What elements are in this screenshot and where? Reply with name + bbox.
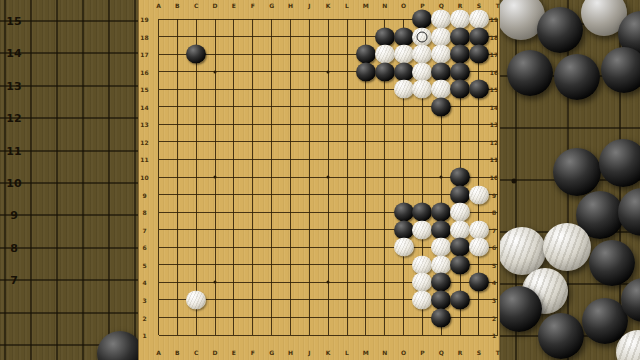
column-label: J: [308, 348, 310, 355]
stone-P5: [412, 255, 432, 274]
row-label: 11: [140, 156, 148, 163]
row-label: 1: [492, 332, 496, 339]
column-label: D: [213, 2, 218, 9]
stone-R6: [450, 238, 470, 257]
stone-Q4: [431, 273, 451, 292]
stone-P19: [412, 10, 432, 29]
stone-R3: [450, 290, 470, 309]
column-label: F: [251, 2, 255, 9]
column-label: L: [345, 2, 349, 9]
stone-Q17: [431, 45, 451, 64]
row-label: 17: [490, 51, 498, 58]
row-label: 15: [490, 86, 498, 93]
column-label: S: [477, 348, 481, 355]
column-label: T: [496, 348, 500, 355]
column-label: O: [401, 348, 406, 355]
stone-P7: [412, 220, 432, 239]
stone-Q5: [431, 255, 451, 274]
row-label: 6: [492, 244, 496, 251]
background-row-label: 14: [6, 47, 21, 60]
stone-C17: [186, 45, 206, 64]
stone-P15: [412, 80, 432, 99]
column-label: M: [363, 348, 369, 355]
background-stone: [543, 223, 591, 271]
column-label: L: [345, 348, 349, 355]
column-label: A: [156, 2, 161, 9]
background-stone: [618, 188, 640, 236]
row-label: 10: [490, 174, 498, 181]
column-label: D: [213, 348, 218, 355]
column-label: C: [194, 348, 198, 355]
column-label: A: [156, 348, 161, 355]
row-label: 7: [142, 226, 146, 233]
column-label: E: [232, 348, 236, 355]
column-label: B: [175, 348, 180, 355]
background-row-label: 10: [6, 177, 21, 190]
row-label: 6: [142, 244, 146, 251]
column-label: H: [288, 348, 293, 355]
background-board-right: [500, 0, 640, 360]
row-label: 12: [140, 138, 148, 145]
stone-Q6: [431, 238, 451, 257]
background-grid-line: [0, 312, 138, 314]
row-label: 16: [140, 68, 148, 75]
background-row-label: 13: [6, 79, 21, 92]
column-label: M: [363, 2, 369, 9]
stone-Q18: [431, 27, 451, 46]
background-stone: [538, 313, 584, 359]
background-stone: [537, 7, 583, 53]
background-board-left: 151413121110987: [0, 0, 138, 360]
row-label: 1: [142, 332, 146, 339]
stone-P16: [412, 62, 432, 81]
stone-O18: [394, 27, 414, 46]
row-label: 3: [142, 296, 146, 303]
stone-N17: [375, 45, 395, 64]
column-label: B: [175, 2, 180, 9]
row-label: 9: [142, 191, 146, 198]
row-label: 16: [490, 68, 498, 75]
background-stone: [553, 148, 601, 196]
stone-R17: [450, 45, 470, 64]
stone-S18: [469, 27, 489, 46]
column-label: R: [458, 348, 463, 355]
grid-line: [159, 335, 498, 336]
stone-R5: [450, 255, 470, 274]
stone-O15: [394, 80, 414, 99]
star-point: [327, 281, 330, 284]
row-label: 8: [142, 209, 146, 216]
stone-O8: [394, 203, 414, 222]
background-row-label: 9: [10, 209, 18, 222]
background-row-label: 7: [10, 274, 18, 287]
row-label: 2: [492, 314, 496, 321]
column-label: J: [308, 2, 310, 9]
grid-line: [159, 194, 498, 195]
stone-Q14: [431, 97, 451, 116]
row-label: 7: [492, 226, 496, 233]
row-label: 15: [140, 86, 148, 93]
background-grid-line: [0, 214, 138, 216]
goban[interactable]: AABBCCDDEEFFGGHHJJKKLLMMNNOOPPQQRRSSTT19…: [138, 0, 500, 360]
stone-S9: [469, 185, 489, 204]
column-label: N: [382, 2, 387, 9]
stone-S17: [469, 45, 489, 64]
background-stone: [97, 331, 138, 360]
grid-line: [159, 159, 498, 160]
row-label: 18: [140, 33, 148, 40]
background-row-label: 8: [10, 241, 18, 254]
screenshot-root: 151413121110987 AABBCCDDEEFFGGHHJJKKLLMM…: [0, 0, 640, 360]
column-label: C: [194, 2, 198, 9]
row-label: 4: [142, 279, 146, 286]
background-stone: [599, 139, 640, 187]
stone-Q16: [431, 62, 451, 81]
stone-P3: [412, 290, 432, 309]
stone-N18: [375, 27, 395, 46]
row-label: 12: [490, 138, 498, 145]
grid-line: [159, 141, 498, 142]
stone-R8: [450, 203, 470, 222]
stone-R10: [450, 168, 470, 187]
stone-M16: [356, 62, 376, 81]
stone-R7: [450, 220, 470, 239]
stone-S19: [469, 10, 489, 29]
stone-R15: [450, 80, 470, 99]
row-label: 14: [490, 103, 498, 110]
star-point: [440, 176, 443, 179]
column-label: T: [496, 2, 500, 9]
background-row-label: 15: [6, 15, 21, 28]
background-stone: [500, 286, 542, 332]
background-stone: [554, 54, 600, 100]
stone-S6: [469, 238, 489, 257]
column-label: P: [420, 2, 424, 9]
row-label: 2: [142, 314, 146, 321]
column-label: F: [251, 348, 255, 355]
column-label: Q: [439, 2, 444, 9]
stone-P8: [412, 203, 432, 222]
star-point: [327, 176, 330, 179]
row-label: 13: [140, 121, 148, 128]
stone-S4: [469, 273, 489, 292]
row-label: 3: [492, 296, 496, 303]
stone-P17: [412, 45, 432, 64]
background-stone: [507, 50, 553, 96]
row-label: 9: [492, 191, 496, 198]
column-label: E: [232, 2, 236, 9]
column-label: S: [477, 2, 481, 9]
stone-Q19: [431, 10, 451, 29]
stone-Q8: [431, 203, 451, 222]
background-star-point: [512, 179, 517, 184]
column-label: P: [420, 348, 424, 355]
row-label: 19: [140, 16, 148, 23]
star-point: [214, 281, 217, 284]
background-grid-line: [500, 127, 640, 129]
stone-R16: [450, 62, 470, 81]
column-label: K: [326, 2, 331, 9]
column-label: N: [382, 348, 387, 355]
column-label: R: [458, 2, 463, 9]
row-label: 8: [492, 209, 496, 216]
column-label: O: [401, 2, 406, 9]
background-stone: [601, 47, 640, 93]
stone-O16: [394, 62, 414, 81]
star-point: [214, 176, 217, 179]
row-label: 5: [492, 261, 496, 268]
row-label: 11: [490, 156, 498, 163]
stone-C3: [186, 290, 206, 309]
stone-O17: [394, 45, 414, 64]
stone-O7: [394, 220, 414, 239]
stone-O6: [394, 238, 414, 257]
row-label: 19: [490, 16, 498, 23]
stone-Q2: [431, 308, 451, 327]
background-row-label: 12: [6, 112, 21, 125]
row-label: 17: [140, 51, 148, 58]
stone-M17: [356, 45, 376, 64]
row-label: 18: [490, 33, 498, 40]
stone-Q15: [431, 80, 451, 99]
column-label: Q: [439, 348, 444, 355]
background-grid-line: [0, 279, 138, 281]
last-move-marker: [417, 31, 428, 42]
background-grid-line: [0, 247, 138, 249]
background-row-label: 11: [6, 144, 21, 157]
stone-Q3: [431, 290, 451, 309]
stone-S15: [469, 80, 489, 99]
column-label: G: [269, 348, 274, 355]
row-label: 13: [490, 121, 498, 128]
stone-P4: [412, 273, 432, 292]
stone-R18: [450, 27, 470, 46]
star-point: [327, 70, 330, 73]
stone-S7: [469, 220, 489, 239]
background-stone: [589, 240, 635, 286]
column-label: H: [288, 2, 293, 9]
grid-line: [159, 124, 498, 125]
column-label: G: [269, 2, 274, 9]
stone-R9: [450, 185, 470, 204]
stone-Q7: [431, 220, 451, 239]
row-label: 5: [142, 261, 146, 268]
column-label: K: [326, 348, 331, 355]
row-label: 4: [492, 279, 496, 286]
stone-N16: [375, 62, 395, 81]
star-point: [214, 70, 217, 73]
row-label: 10: [140, 174, 148, 181]
row-label: 14: [140, 103, 148, 110]
stone-R19: [450, 10, 470, 29]
